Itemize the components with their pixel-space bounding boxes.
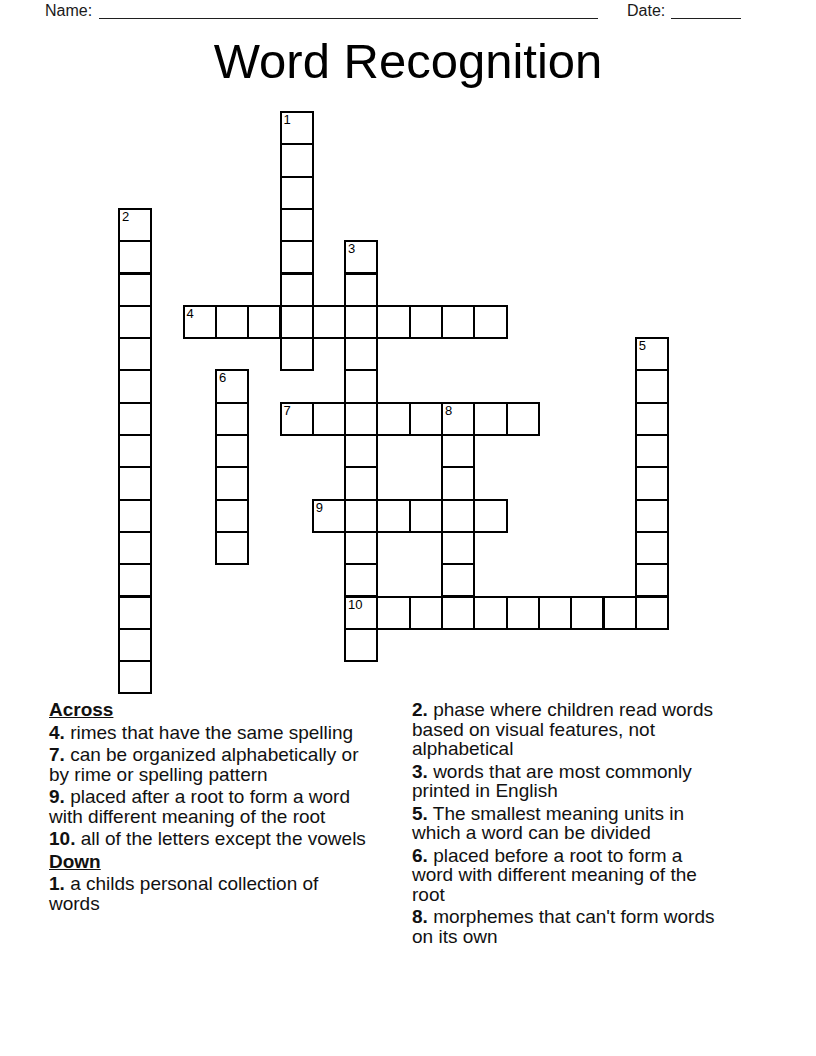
clues-left-column: Across 4. rimes that have the same spell… — [49, 700, 366, 916]
grid-cell[interactable] — [635, 563, 669, 597]
grid-cell[interactable] — [215, 434, 249, 468]
clue-number: 4. — [49, 722, 65, 743]
grid-cell[interactable] — [409, 596, 443, 630]
clue: 5. The smallest meaning units in which a… — [412, 804, 724, 843]
cell-clue-number: 5 — [639, 339, 646, 353]
grid-cell[interactable] — [376, 596, 410, 630]
across-heading: Across — [49, 700, 366, 720]
clue: 10. all of the letters except the vowels — [49, 829, 366, 849]
grid-cell[interactable] — [441, 499, 475, 533]
crossword-grid: 12310456789 — [0, 0, 816, 730]
grid-cell[interactable]: 2 — [118, 208, 152, 242]
grid-cell[interactable] — [118, 305, 152, 339]
grid-cell[interactable] — [441, 563, 475, 597]
grid-cell[interactable] — [280, 143, 314, 177]
grid-cell[interactable] — [118, 369, 152, 403]
grid-cell[interactable] — [215, 466, 249, 500]
grid-cell[interactable] — [506, 402, 540, 436]
grid-cell[interactable] — [506, 596, 540, 630]
grid-cell[interactable] — [118, 273, 152, 307]
grid-cell[interactable] — [473, 499, 507, 533]
grid-cell[interactable] — [635, 596, 669, 630]
clue-number: 8. — [412, 906, 428, 927]
cell-clue-number: 2 — [122, 210, 129, 224]
grid-cell[interactable] — [376, 305, 410, 339]
grid-cell[interactable] — [635, 369, 669, 403]
grid-cell[interactable] — [118, 240, 152, 274]
clue-number: 7. — [49, 744, 65, 765]
grid-cell[interactable] — [118, 337, 152, 371]
grid-cell[interactable] — [312, 305, 346, 339]
clue: 9. placed after a root to form a word wi… — [49, 787, 366, 826]
grid-cell[interactable] — [118, 563, 152, 597]
grid-cell[interactable] — [409, 499, 443, 533]
clue-number: 2. — [412, 699, 428, 720]
grid-cell[interactable] — [118, 402, 152, 436]
grid-cell[interactable] — [118, 466, 152, 500]
grid-cell[interactable] — [635, 434, 669, 468]
clue: 2. phase where children read words based… — [412, 700, 724, 759]
clue-number: 6. — [412, 845, 428, 866]
down-clues-right: 2. phase where children read words based… — [412, 700, 724, 946]
clue: 8. morphemes that can't form words on it… — [412, 907, 724, 946]
grid-cell[interactable] — [215, 305, 249, 339]
grid-cell[interactable] — [118, 628, 152, 662]
grid-cell[interactable] — [215, 499, 249, 533]
grid-cell[interactable] — [344, 402, 378, 436]
grid-cell[interactable] — [344, 563, 378, 597]
clue: 3. words that are most commonly printed … — [412, 762, 724, 801]
cell-clue-number: 4 — [187, 307, 194, 321]
clue: 4. rimes that have the same spelling — [49, 723, 366, 743]
cell-clue-number: 3 — [348, 242, 355, 256]
grid-cell[interactable] — [344, 434, 378, 468]
grid-cell[interactable] — [409, 305, 443, 339]
clue-number: 9. — [49, 786, 65, 807]
grid-cell[interactable] — [280, 305, 314, 339]
grid-cell[interactable] — [473, 402, 507, 436]
grid-cell[interactable] — [215, 402, 249, 436]
grid-cell[interactable] — [441, 434, 475, 468]
grid-cell[interactable] — [635, 466, 669, 500]
down-clues-left: 1. a childs personal collection of words — [49, 874, 366, 913]
grid-cell[interactable]: 5 — [635, 337, 669, 371]
grid-cell[interactable]: 7 — [280, 402, 314, 436]
grid-cell[interactable] — [280, 208, 314, 242]
grid-cell[interactable]: 1 — [280, 111, 314, 145]
grid-cell[interactable] — [118, 531, 152, 565]
down-heading: Down — [49, 852, 366, 872]
grid-cell[interactable] — [538, 596, 572, 630]
grid-cell[interactable]: 9 — [312, 499, 346, 533]
clues-right-column: 2. phase where children read words based… — [412, 700, 724, 949]
grid-cell[interactable] — [635, 499, 669, 533]
grid-cell[interactable] — [215, 531, 249, 565]
clue-number: 1. — [49, 873, 65, 894]
grid-cell[interactable]: 3 — [344, 240, 378, 274]
grid-cell[interactable] — [118, 434, 152, 468]
cell-clue-number: 1 — [284, 113, 291, 127]
grid-cell[interactable]: 8 — [441, 402, 475, 436]
clue: 6. placed before a root to form a word w… — [412, 846, 724, 905]
grid-cell[interactable] — [409, 402, 443, 436]
grid-cell[interactable]: 4 — [183, 305, 217, 339]
grid-cell[interactable] — [344, 337, 378, 371]
cell-clue-number: 9 — [316, 501, 323, 515]
grid-cell[interactable] — [247, 305, 281, 339]
grid-cell[interactable] — [344, 499, 378, 533]
grid-cell[interactable] — [344, 466, 378, 500]
grid-cell[interactable] — [441, 466, 475, 500]
grid-cell[interactable]: 6 — [215, 369, 249, 403]
grid-cell[interactable] — [280, 273, 314, 307]
cell-clue-number: 10 — [348, 598, 362, 612]
clue-number: 5. — [412, 803, 428, 824]
grid-cell[interactable] — [376, 499, 410, 533]
grid-cell[interactable] — [344, 628, 378, 662]
worksheet-page: Name: Date: Word Recognition 12310456789… — [0, 0, 816, 1056]
grid-cell[interactable] — [344, 305, 378, 339]
grid-cell[interactable] — [441, 531, 475, 565]
grid-cell[interactable] — [376, 402, 410, 436]
across-clues: 4. rimes that have the same spelling7. c… — [49, 723, 366, 849]
clue-number: 10. — [49, 828, 75, 849]
clue: 1. a childs personal collection of words — [49, 874, 366, 913]
clue-number: 3. — [412, 761, 428, 782]
grid-cell[interactable] — [344, 531, 378, 565]
grid-cell[interactable] — [473, 596, 507, 630]
grid-cell[interactable] — [441, 596, 475, 630]
cell-clue-number: 7 — [284, 404, 291, 418]
grid-cell[interactable] — [473, 305, 507, 339]
grid-cell[interactable] — [635, 402, 669, 436]
clue: 7. can be organized alphabetically or by… — [49, 745, 366, 784]
grid-cell[interactable] — [635, 531, 669, 565]
cell-clue-number: 8 — [445, 404, 452, 418]
grid-cell[interactable] — [312, 402, 346, 436]
grid-cell[interactable] — [603, 596, 637, 630]
grid-cell[interactable] — [441, 305, 475, 339]
cell-clue-number: 6 — [219, 371, 226, 385]
grid-cell[interactable] — [280, 176, 314, 210]
grid-cell[interactable] — [280, 240, 314, 274]
grid-cell[interactable] — [118, 660, 152, 694]
grid-cell[interactable] — [280, 337, 314, 371]
grid-cell[interactable] — [118, 596, 152, 630]
grid-cell[interactable] — [344, 273, 378, 307]
grid-cell[interactable]: 10 — [344, 596, 378, 630]
grid-cell[interactable] — [570, 596, 604, 630]
grid-cell[interactable] — [118, 499, 152, 533]
grid-cell[interactable] — [344, 369, 378, 403]
